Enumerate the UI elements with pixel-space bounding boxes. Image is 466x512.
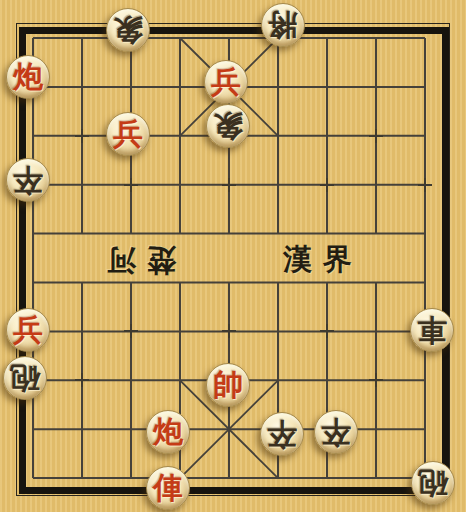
piece-black-general[interactable]: 將 (261, 3, 305, 47)
piece-black-soldier[interactable]: 卒 (314, 410, 358, 454)
river-label-chu-he: 楚河 (96, 240, 176, 280)
piece-glyph: 兵 (211, 67, 241, 97)
piece-red-general[interactable]: 帥 (206, 363, 250, 407)
piece-glyph: 俥 (153, 473, 183, 503)
piece-black-soldier[interactable]: 卒 (260, 412, 304, 456)
piece-glyph: 卒 (267, 419, 297, 449)
piece-red-cannon[interactable]: 炮 (6, 55, 50, 99)
piece-glyph: 砲 (418, 468, 448, 498)
piece-black-elephant[interactable]: 象 (106, 8, 150, 52)
piece-glyph: 砲 (10, 363, 40, 393)
piece-red-chariot[interactable]: 俥 (146, 466, 190, 510)
piece-glyph: 兵 (13, 315, 43, 345)
piece-red-soldier[interactable]: 兵 (204, 60, 248, 104)
piece-glyph: 炮 (13, 62, 43, 92)
piece-red-cannon[interactable]: 炮 (146, 410, 190, 454)
piece-glyph: 象 (113, 15, 143, 45)
piece-black-cannon[interactable]: 砲 (3, 356, 47, 400)
river-label-han-jie: 漢界 (283, 240, 363, 280)
piece-glyph: 車 (417, 315, 447, 345)
piece-black-cannon[interactable]: 砲 (411, 461, 455, 505)
piece-glyph: 帥 (213, 370, 243, 400)
piece-glyph: 炮 (153, 417, 183, 447)
piece-black-elephant[interactable]: 象 (206, 104, 250, 148)
piece-glyph: 兵 (113, 119, 143, 149)
piece-glyph: 卒 (13, 165, 43, 195)
xiangqi-board[interactable]: 楚河 漢界 象將炮兵兵象卒兵車砲帥炮卒卒俥砲 (0, 0, 466, 512)
piece-red-soldier[interactable]: 兵 (106, 112, 150, 156)
piece-glyph: 卒 (321, 417, 351, 447)
piece-glyph: 將 (268, 10, 298, 40)
piece-black-soldier[interactable]: 卒 (6, 158, 50, 202)
piece-glyph: 象 (213, 111, 243, 141)
